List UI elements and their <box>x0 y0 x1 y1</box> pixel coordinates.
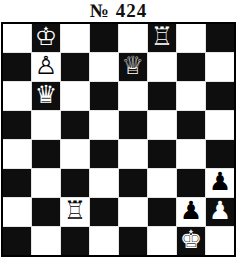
square-e2 <box>119 198 147 226</box>
square-h8 <box>206 24 234 52</box>
square-b3 <box>32 169 60 197</box>
square-c6 <box>61 82 89 110</box>
piece-white-rook: ♖ <box>151 24 173 51</box>
square-d7 <box>90 53 118 81</box>
square-g8 <box>177 24 205 52</box>
piece-black-pawn: ♟ <box>180 198 202 225</box>
square-h1 <box>206 227 234 255</box>
square-c5 <box>61 111 89 139</box>
square-h4 <box>206 140 234 168</box>
square-b2 <box>32 198 60 226</box>
square-d1 <box>90 227 118 255</box>
square-a4 <box>3 140 31 168</box>
square-f3 <box>148 169 176 197</box>
square-f2 <box>148 198 176 226</box>
square-e5 <box>119 111 147 139</box>
square-c7 <box>61 53 89 81</box>
square-f4 <box>148 140 176 168</box>
square-h6 <box>206 82 234 110</box>
square-b6: ♛ <box>32 82 60 110</box>
square-g1: ♚ <box>177 227 205 255</box>
square-c2: ♖ <box>61 198 89 226</box>
piece-white-rook: ♖ <box>64 198 86 225</box>
square-b8: ♔ <box>32 24 60 52</box>
square-d5 <box>90 111 118 139</box>
square-c8 <box>61 24 89 52</box>
piece-black-pawn: ♟ <box>209 169 231 196</box>
piece-black-pawn: ♟ <box>209 198 231 225</box>
piece-white-queen: ♕ <box>122 53 144 80</box>
square-d3 <box>90 169 118 197</box>
square-f8: ♖ <box>148 24 176 52</box>
square-g7 <box>177 53 205 81</box>
square-g4 <box>177 140 205 168</box>
square-h3: ♟ <box>206 169 234 197</box>
square-d8 <box>90 24 118 52</box>
square-d4 <box>90 140 118 168</box>
square-c4 <box>61 140 89 168</box>
square-e7: ♕ <box>119 53 147 81</box>
square-g3 <box>177 169 205 197</box>
square-d2 <box>90 198 118 226</box>
square-b1 <box>32 227 60 255</box>
square-h5 <box>206 111 234 139</box>
square-a2 <box>3 198 31 226</box>
square-a1 <box>3 227 31 255</box>
square-d6 <box>90 82 118 110</box>
diagram-page: № 424 ♔♖♙♕♛♟♖♟♟♚ <box>0 0 237 260</box>
problem-number: № 424 <box>0 0 237 21</box>
square-h2: ♟ <box>206 198 234 226</box>
square-e1 <box>119 227 147 255</box>
square-g6 <box>177 82 205 110</box>
chess-board: ♔♖♙♕♛♟♖♟♟♚ <box>1 22 236 257</box>
piece-black-king: ♚ <box>180 227 202 254</box>
square-e6 <box>119 82 147 110</box>
square-a7 <box>3 53 31 81</box>
square-g5 <box>177 111 205 139</box>
square-c3 <box>61 169 89 197</box>
square-b7: ♙ <box>32 53 60 81</box>
square-a3 <box>3 169 31 197</box>
square-e8 <box>119 24 147 52</box>
piece-white-king: ♔ <box>35 24 57 51</box>
square-a8 <box>3 24 31 52</box>
piece-white-pawn: ♙ <box>35 53 57 80</box>
square-g2: ♟ <box>177 198 205 226</box>
square-f7 <box>148 53 176 81</box>
square-b5 <box>32 111 60 139</box>
square-f1 <box>148 227 176 255</box>
square-f6 <box>148 82 176 110</box>
square-h7 <box>206 53 234 81</box>
piece-black-queen: ♛ <box>35 82 57 109</box>
square-c1 <box>61 227 89 255</box>
square-f5 <box>148 111 176 139</box>
square-e4 <box>119 140 147 168</box>
square-a5 <box>3 111 31 139</box>
square-e3 <box>119 169 147 197</box>
square-b4 <box>32 140 60 168</box>
square-a6 <box>3 82 31 110</box>
